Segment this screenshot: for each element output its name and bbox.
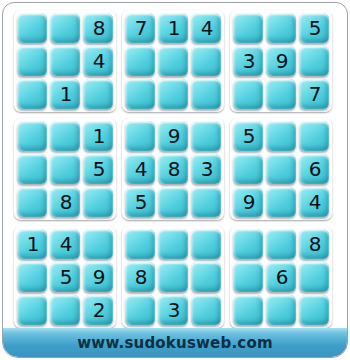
box-r3c1: 14592: [14, 226, 116, 328]
cell-r5c1[interactable]: [17, 154, 47, 184]
cell-r5c6[interactable]: 3: [191, 154, 221, 184]
cell-r7c8[interactable]: [266, 229, 296, 259]
cell-r8c1[interactable]: [17, 262, 47, 292]
cell-r9c5[interactable]: 3: [158, 295, 188, 325]
footer-band: www.sudokusweb.com: [3, 328, 347, 357]
cell-r8c8[interactable]: 6: [266, 262, 296, 292]
cell-r6c4[interactable]: 5: [125, 187, 155, 217]
cell-r4c7[interactable]: 5: [233, 121, 263, 151]
cell-r6c3[interactable]: [83, 187, 113, 217]
site-url-label: www.sudokusweb.com: [77, 334, 272, 352]
cell-r6c5[interactable]: [158, 187, 188, 217]
cell-r9c1[interactable]: [17, 295, 47, 325]
cell-r1c9[interactable]: 5: [299, 13, 329, 43]
cell-r6c2[interactable]: 8: [50, 187, 80, 217]
cell-r7c2[interactable]: 4: [50, 229, 80, 259]
cell-r7c6[interactable]: [191, 229, 221, 259]
cell-r4c8[interactable]: [266, 121, 296, 151]
cell-r7c1[interactable]: 1: [17, 229, 47, 259]
cell-r8c4[interactable]: 8: [125, 262, 155, 292]
cell-r3c5[interactable]: [158, 79, 188, 109]
cell-r3c8[interactable]: [266, 79, 296, 109]
cell-r1c4[interactable]: 7: [125, 13, 155, 43]
cell-r5c5[interactable]: 8: [158, 154, 188, 184]
cell-r1c3[interactable]: 8: [83, 13, 113, 43]
cell-r7c7[interactable]: [233, 229, 263, 259]
cell-r6c1[interactable]: [17, 187, 47, 217]
cell-r3c1[interactable]: [17, 79, 47, 109]
box-r1c1: 841: [14, 10, 116, 112]
cell-r1c7[interactable]: [233, 13, 263, 43]
cell-r5c9[interactable]: 6: [299, 154, 329, 184]
box-r1c3: 5397: [230, 10, 332, 112]
cell-r2c4[interactable]: [125, 46, 155, 76]
cell-r8c2[interactable]: 5: [50, 262, 80, 292]
cell-r4c3[interactable]: 1: [83, 121, 113, 151]
cell-r8c7[interactable]: [233, 262, 263, 292]
cell-r3c7[interactable]: [233, 79, 263, 109]
box-r2c3: 5694: [230, 118, 332, 220]
cell-r9c3[interactable]: 2: [83, 295, 113, 325]
cell-r5c7[interactable]: [233, 154, 263, 184]
cell-r3c2[interactable]: 1: [50, 79, 80, 109]
cell-r1c6[interactable]: 4: [191, 13, 221, 43]
box-r2c1: 158: [14, 118, 116, 220]
cell-r1c2[interactable]: [50, 13, 80, 43]
cell-r2c2[interactable]: [50, 46, 80, 76]
cell-r4c2[interactable]: [50, 121, 80, 151]
cell-r2c6[interactable]: [191, 46, 221, 76]
cell-r5c4[interactable]: 4: [125, 154, 155, 184]
cell-r2c7[interactable]: 3: [233, 46, 263, 76]
cell-r4c1[interactable]: [17, 121, 47, 151]
cell-r2c9[interactable]: [299, 46, 329, 76]
cell-r5c2[interactable]: [50, 154, 80, 184]
cell-r2c8[interactable]: 9: [266, 46, 296, 76]
cell-r7c5[interactable]: [158, 229, 188, 259]
cell-r5c3[interactable]: 5: [83, 154, 113, 184]
box-r1c2: 714: [122, 10, 224, 112]
cell-r3c9[interactable]: 7: [299, 79, 329, 109]
sudoku-board-frame: 8417145397158948355694145928386 www.sudo…: [2, 2, 348, 358]
cell-r8c9[interactable]: [299, 262, 329, 292]
cell-r4c5[interactable]: 9: [158, 121, 188, 151]
cell-r4c4[interactable]: [125, 121, 155, 151]
cell-r3c4[interactable]: [125, 79, 155, 109]
cell-r8c6[interactable]: [191, 262, 221, 292]
cell-r6c8[interactable]: [266, 187, 296, 217]
cell-r9c8[interactable]: [266, 295, 296, 325]
cell-r1c1[interactable]: [17, 13, 47, 43]
cell-r7c9[interactable]: 8: [299, 229, 329, 259]
cell-r9c7[interactable]: [233, 295, 263, 325]
cell-r9c6[interactable]: [191, 295, 221, 325]
sudoku-grid: 8417145397158948355694145928386: [14, 10, 332, 328]
cell-r9c4[interactable]: [125, 295, 155, 325]
box-r3c3: 86: [230, 226, 332, 328]
cell-r6c6[interactable]: [191, 187, 221, 217]
cell-r2c3[interactable]: 4: [83, 46, 113, 76]
cell-r5c8[interactable]: [266, 154, 296, 184]
cell-r2c5[interactable]: [158, 46, 188, 76]
sudoku-page: 8417145397158948355694145928386 www.sudo…: [0, 0, 350, 360]
cell-r4c6[interactable]: [191, 121, 221, 151]
cell-r6c7[interactable]: 9: [233, 187, 263, 217]
cell-r9c2[interactable]: [50, 295, 80, 325]
box-r3c2: 83: [122, 226, 224, 328]
cell-r7c4[interactable]: [125, 229, 155, 259]
cell-r4c9[interactable]: [299, 121, 329, 151]
box-r2c2: 94835: [122, 118, 224, 220]
cell-r2c1[interactable]: [17, 46, 47, 76]
cell-r1c5[interactable]: 1: [158, 13, 188, 43]
cell-r7c3[interactable]: [83, 229, 113, 259]
cell-r3c3[interactable]: [83, 79, 113, 109]
cell-r8c3[interactable]: 9: [83, 262, 113, 292]
cell-r6c9[interactable]: 4: [299, 187, 329, 217]
cell-r1c8[interactable]: [266, 13, 296, 43]
cell-r3c6[interactable]: [191, 79, 221, 109]
cell-r8c5[interactable]: [158, 262, 188, 292]
cell-r9c9[interactable]: [299, 295, 329, 325]
